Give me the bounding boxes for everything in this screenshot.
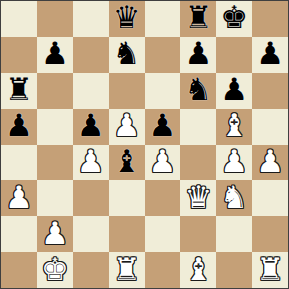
piece-black-rook-f8[interactable]: ♜ (184, 2, 212, 33)
square-h3[interactable] (252, 180, 288, 216)
square-a7[interactable] (1, 37, 37, 73)
square-d5[interactable]: ♟ (109, 109, 145, 145)
chess-board: ♛♜♚♟♞♟♟♜♞♟♟♟♟♟♝♟♝♟♟♟♟♛♞♟♚♜♝♜ (0, 0, 289, 289)
piece-white-pawn-d5[interactable]: ♟ (113, 110, 141, 141)
square-h5[interactable] (252, 109, 288, 145)
square-g2[interactable] (216, 216, 252, 252)
square-g1[interactable] (216, 252, 252, 288)
square-h2[interactable] (252, 216, 288, 252)
square-b4[interactable] (37, 145, 73, 181)
square-e7[interactable] (145, 37, 181, 73)
square-a5[interactable]: ♟ (1, 109, 37, 145)
square-b6[interactable] (37, 73, 73, 109)
square-h6[interactable] (252, 73, 288, 109)
piece-white-rook-h1[interactable]: ♜ (256, 254, 284, 285)
square-g7[interactable] (216, 37, 252, 73)
square-c7[interactable] (73, 37, 109, 73)
square-b1[interactable]: ♚ (37, 252, 73, 288)
square-h7[interactable]: ♟ (252, 37, 288, 73)
square-f4[interactable] (180, 145, 216, 181)
square-f1[interactable]: ♝ (180, 252, 216, 288)
piece-black-pawn-a5[interactable]: ♟ (5, 110, 33, 141)
square-c5[interactable]: ♟ (73, 109, 109, 145)
square-d1[interactable]: ♜ (109, 252, 145, 288)
square-e4[interactable]: ♟ (145, 145, 181, 181)
square-d4[interactable]: ♝ (109, 145, 145, 181)
piece-white-knight-g3[interactable]: ♞ (220, 182, 248, 213)
square-e6[interactable] (145, 73, 181, 109)
square-a2[interactable] (1, 216, 37, 252)
square-d6[interactable] (109, 73, 145, 109)
square-d8[interactable]: ♛ (109, 1, 145, 37)
square-g4[interactable]: ♟ (216, 145, 252, 181)
square-g8[interactable]: ♚ (216, 1, 252, 37)
square-a6[interactable]: ♜ (1, 73, 37, 109)
piece-black-rook-a6[interactable]: ♜ (5, 74, 33, 105)
square-f8[interactable]: ♜ (180, 1, 216, 37)
square-e3[interactable] (145, 180, 181, 216)
piece-white-bishop-g5[interactable]: ♝ (220, 110, 248, 141)
piece-black-king-g8[interactable]: ♚ (220, 2, 248, 33)
piece-black-pawn-c5[interactable]: ♟ (77, 110, 105, 141)
square-h8[interactable] (252, 1, 288, 37)
piece-black-pawn-h7[interactable]: ♟ (256, 38, 284, 69)
square-d7[interactable]: ♞ (109, 37, 145, 73)
square-b8[interactable] (37, 1, 73, 37)
square-g6[interactable]: ♟ (216, 73, 252, 109)
piece-white-pawn-c4[interactable]: ♟ (77, 146, 105, 177)
square-c8[interactable] (73, 1, 109, 37)
piece-white-queen-f3[interactable]: ♛ (184, 182, 212, 213)
piece-white-pawn-e4[interactable]: ♟ (149, 146, 177, 177)
piece-black-queen-d8[interactable]: ♛ (113, 2, 141, 33)
square-c1[interactable] (73, 252, 109, 288)
piece-black-pawn-e5[interactable]: ♟ (149, 110, 177, 141)
square-c4[interactable]: ♟ (73, 145, 109, 181)
square-a4[interactable] (1, 145, 37, 181)
square-d3[interactable] (109, 180, 145, 216)
square-f3[interactable]: ♛ (180, 180, 216, 216)
square-g3[interactable]: ♞ (216, 180, 252, 216)
square-f5[interactable] (180, 109, 216, 145)
square-e8[interactable] (145, 1, 181, 37)
piece-white-pawn-g4[interactable]: ♟ (220, 146, 248, 177)
piece-white-rook-d1[interactable]: ♜ (113, 254, 141, 285)
piece-white-pawn-a3[interactable]: ♟ (5, 182, 33, 213)
piece-black-knight-d7[interactable]: ♞ (113, 38, 141, 69)
square-c6[interactable] (73, 73, 109, 109)
square-e1[interactable] (145, 252, 181, 288)
square-a3[interactable]: ♟ (1, 180, 37, 216)
square-a8[interactable] (1, 1, 37, 37)
square-b7[interactable]: ♟ (37, 37, 73, 73)
piece-white-pawn-h4[interactable]: ♟ (256, 146, 284, 177)
piece-white-king-b1[interactable]: ♚ (41, 254, 69, 285)
square-h1[interactable]: ♜ (252, 252, 288, 288)
square-b5[interactable] (37, 109, 73, 145)
square-g5[interactable]: ♝ (216, 109, 252, 145)
piece-black-knight-f6[interactable]: ♞ (184, 74, 212, 105)
piece-black-pawn-b7[interactable]: ♟ (41, 38, 69, 69)
piece-white-bishop-f1[interactable]: ♝ (184, 254, 212, 285)
square-f6[interactable]: ♞ (180, 73, 216, 109)
square-a1[interactable] (1, 252, 37, 288)
piece-black-pawn-g6[interactable]: ♟ (220, 74, 248, 105)
square-f7[interactable]: ♟ (180, 37, 216, 73)
square-c2[interactable] (73, 216, 109, 252)
square-c3[interactable] (73, 180, 109, 216)
square-d2[interactable] (109, 216, 145, 252)
piece-black-bishop-d4[interactable]: ♝ (113, 146, 141, 177)
square-b3[interactable] (37, 180, 73, 216)
square-h4[interactable]: ♟ (252, 145, 288, 181)
square-f2[interactable] (180, 216, 216, 252)
square-b2[interactable]: ♟ (37, 216, 73, 252)
piece-white-pawn-b2[interactable]: ♟ (41, 218, 69, 249)
piece-black-pawn-f7[interactable]: ♟ (184, 38, 212, 69)
square-e2[interactable] (145, 216, 181, 252)
square-e5[interactable]: ♟ (145, 109, 181, 145)
